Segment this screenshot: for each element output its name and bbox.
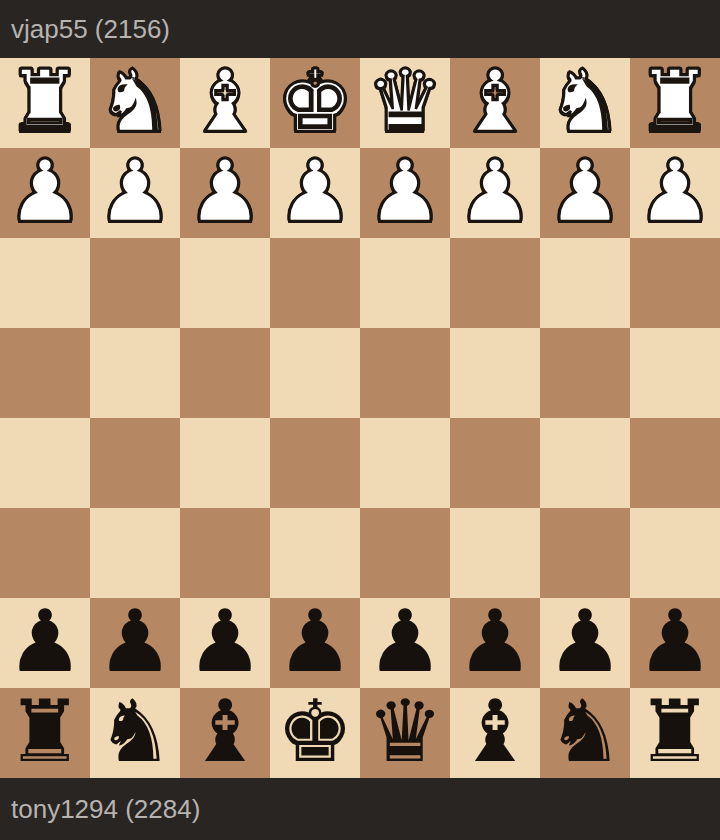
black-rook[interactable]: ♜ [6, 688, 83, 774]
square-g3[interactable] [90, 238, 180, 328]
square-c7[interactable]: ♟ [450, 598, 540, 688]
white-pawn[interactable]: ♟ [456, 148, 533, 234]
square-c3[interactable] [450, 238, 540, 328]
white-pawn[interactable]: ♟ [6, 148, 83, 234]
square-g2[interactable]: ♟ [90, 148, 180, 238]
white-pawn[interactable]: ♟ [276, 148, 353, 234]
square-b5[interactable] [540, 418, 630, 508]
bottom-player-name: tony1294 (2284) [11, 794, 200, 825]
square-a3[interactable] [630, 238, 720, 328]
square-d3[interactable] [360, 238, 450, 328]
square-d1[interactable]: ♛ [360, 58, 450, 148]
square-e8[interactable]: ♚ [270, 688, 360, 778]
white-rook[interactable]: ♜ [6, 58, 83, 144]
square-e7[interactable]: ♟ [270, 598, 360, 688]
square-f3[interactable] [180, 238, 270, 328]
square-h4[interactable] [0, 328, 90, 418]
square-g7[interactable]: ♟ [90, 598, 180, 688]
white-bishop[interactable]: ♝ [186, 58, 263, 144]
square-a6[interactable] [630, 508, 720, 598]
square-h7[interactable]: ♟ [0, 598, 90, 688]
white-knight[interactable]: ♞ [546, 58, 623, 144]
square-a7[interactable]: ♟ [630, 598, 720, 688]
square-c4[interactable] [450, 328, 540, 418]
square-f5[interactable] [180, 418, 270, 508]
black-rook[interactable]: ♜ [636, 688, 713, 774]
square-g8[interactable]: ♞ [90, 688, 180, 778]
black-pawn[interactable]: ♟ [366, 598, 443, 684]
white-bishop[interactable]: ♝ [456, 58, 533, 144]
black-bishop[interactable]: ♝ [186, 688, 263, 774]
white-rook[interactable]: ♜ [636, 58, 713, 144]
black-pawn[interactable]: ♟ [6, 598, 83, 684]
top-player-bar: vjap55 (2156) [0, 0, 720, 58]
square-d7[interactable]: ♟ [360, 598, 450, 688]
square-e3[interactable] [270, 238, 360, 328]
bottom-player-bar: tony1294 (2284) [0, 778, 720, 840]
square-d5[interactable] [360, 418, 450, 508]
square-d4[interactable] [360, 328, 450, 418]
square-c5[interactable] [450, 418, 540, 508]
square-d2[interactable]: ♟ [360, 148, 450, 238]
square-b2[interactable]: ♟ [540, 148, 630, 238]
black-knight[interactable]: ♞ [546, 688, 623, 774]
white-pawn[interactable]: ♟ [366, 148, 443, 234]
square-d6[interactable] [360, 508, 450, 598]
top-player-name: vjap55 (2156) [11, 14, 170, 45]
square-e6[interactable] [270, 508, 360, 598]
square-b4[interactable] [540, 328, 630, 418]
square-h2[interactable]: ♟ [0, 148, 90, 238]
game-window: vjap55 (2156) ♜♞♝♚♛♝♞♜♟♟♟♟♟♟♟♟♟♟♟♟♟♟♟♟♜♞… [0, 0, 720, 840]
white-knight[interactable]: ♞ [96, 58, 173, 144]
square-f2[interactable]: ♟ [180, 148, 270, 238]
square-g5[interactable] [90, 418, 180, 508]
square-f4[interactable] [180, 328, 270, 418]
white-pawn[interactable]: ♟ [96, 148, 173, 234]
black-knight[interactable]: ♞ [96, 688, 173, 774]
white-pawn[interactable]: ♟ [636, 148, 713, 234]
white-pawn[interactable]: ♟ [546, 148, 623, 234]
square-b3[interactable] [540, 238, 630, 328]
square-f6[interactable] [180, 508, 270, 598]
black-pawn[interactable]: ♟ [546, 598, 623, 684]
black-queen[interactable]: ♛ [366, 688, 443, 774]
square-b8[interactable]: ♞ [540, 688, 630, 778]
square-c6[interactable] [450, 508, 540, 598]
square-a5[interactable] [630, 418, 720, 508]
square-f8[interactable]: ♝ [180, 688, 270, 778]
square-b6[interactable] [540, 508, 630, 598]
white-king[interactable]: ♚ [276, 58, 353, 144]
square-h1[interactable]: ♜ [0, 58, 90, 148]
black-pawn[interactable]: ♟ [186, 598, 263, 684]
square-h8[interactable]: ♜ [0, 688, 90, 778]
square-e1[interactable]: ♚ [270, 58, 360, 148]
black-pawn[interactable]: ♟ [276, 598, 353, 684]
square-a2[interactable]: ♟ [630, 148, 720, 238]
black-pawn[interactable]: ♟ [456, 598, 533, 684]
square-f1[interactable]: ♝ [180, 58, 270, 148]
square-e5[interactable] [270, 418, 360, 508]
black-bishop[interactable]: ♝ [456, 688, 533, 774]
square-c8[interactable]: ♝ [450, 688, 540, 778]
square-c2[interactable]: ♟ [450, 148, 540, 238]
black-pawn[interactable]: ♟ [96, 598, 173, 684]
square-e2[interactable]: ♟ [270, 148, 360, 238]
black-king[interactable]: ♚ [276, 688, 353, 774]
square-b7[interactable]: ♟ [540, 598, 630, 688]
square-a1[interactable]: ♜ [630, 58, 720, 148]
white-pawn[interactable]: ♟ [186, 148, 263, 234]
square-a4[interactable] [630, 328, 720, 418]
square-h3[interactable] [0, 238, 90, 328]
square-d8[interactable]: ♛ [360, 688, 450, 778]
square-g4[interactable] [90, 328, 180, 418]
square-f7[interactable]: ♟ [180, 598, 270, 688]
square-h6[interactable] [0, 508, 90, 598]
white-queen[interactable]: ♛ [366, 58, 443, 144]
square-c1[interactable]: ♝ [450, 58, 540, 148]
square-a8[interactable]: ♜ [630, 688, 720, 778]
square-g1[interactable]: ♞ [90, 58, 180, 148]
chess-board: ♜♞♝♚♛♝♞♜♟♟♟♟♟♟♟♟♟♟♟♟♟♟♟♟♜♞♝♚♛♝♞♜ [0, 58, 720, 778]
square-b1[interactable]: ♞ [540, 58, 630, 148]
square-g6[interactable] [90, 508, 180, 598]
square-h5[interactable] [0, 418, 90, 508]
square-e4[interactable] [270, 328, 360, 418]
black-pawn[interactable]: ♟ [636, 598, 713, 684]
